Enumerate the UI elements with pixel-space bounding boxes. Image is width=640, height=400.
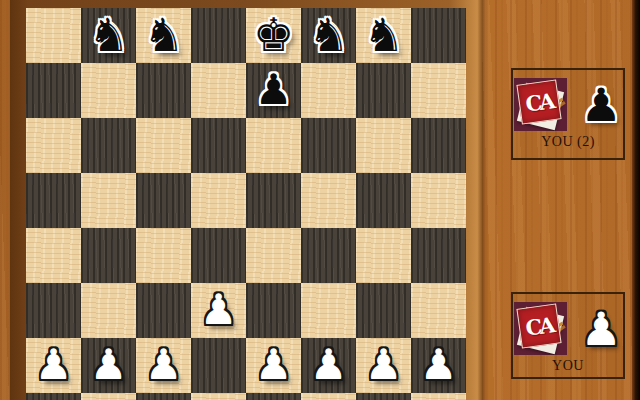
square-f7[interactable] <box>301 63 356 118</box>
square-e7[interactable]: ♟ <box>246 63 301 118</box>
square-c1[interactable] <box>136 393 191 400</box>
app-background: ♞♞♚♞♞♟♟♟♟♟♟♟♟♟ CA ♟ YOU (2) CA ♟ <box>0 0 640 400</box>
square-a8[interactable] <box>26 8 81 63</box>
player-card-opponent-row: CA ♟ <box>514 78 621 131</box>
piece-black-knight[interactable]: ♞ <box>363 12 404 58</box>
square-c5[interactable] <box>136 173 191 228</box>
square-b6[interactable] <box>81 118 136 173</box>
square-a6[interactable] <box>26 118 81 173</box>
piece-white-pawn[interactable]: ♟ <box>255 344 293 386</box>
square-f8[interactable]: ♞ <box>301 8 356 63</box>
square-e6[interactable] <box>246 118 301 173</box>
square-f6[interactable] <box>301 118 356 173</box>
opponent-label: YOU (2) <box>541 134 595 150</box>
square-h7[interactable] <box>411 63 466 118</box>
piece-black-knight[interactable]: ♞ <box>143 12 184 58</box>
square-g3[interactable] <box>356 283 411 338</box>
square-b7[interactable] <box>81 63 136 118</box>
square-a3[interactable] <box>26 283 81 338</box>
square-e4[interactable] <box>246 228 301 283</box>
square-h3[interactable] <box>411 283 466 338</box>
square-g8[interactable]: ♞ <box>356 8 411 63</box>
board-grid: ♞♞♚♞♞♟♟♟♟♟♟♟♟♟ <box>26 8 466 400</box>
square-b8[interactable]: ♞ <box>81 8 136 63</box>
square-d7[interactable] <box>191 63 246 118</box>
square-g7[interactable] <box>356 63 411 118</box>
square-f4[interactable] <box>301 228 356 283</box>
player-card-you: CA ♟ YOU <box>511 292 625 379</box>
square-a7[interactable] <box>26 63 81 118</box>
piece-black-king[interactable]: ♚ <box>253 12 294 58</box>
square-c2[interactable]: ♟ <box>136 338 191 393</box>
square-e1[interactable] <box>246 393 301 400</box>
square-f3[interactable] <box>301 283 356 338</box>
square-b2[interactable]: ♟ <box>81 338 136 393</box>
piece-white-pawn[interactable]: ♟ <box>310 344 348 386</box>
square-a1[interactable] <box>26 393 81 400</box>
square-a2[interactable]: ♟ <box>26 338 81 393</box>
square-f2[interactable]: ♟ <box>301 338 356 393</box>
square-h1[interactable] <box>411 393 466 400</box>
square-c4[interactable] <box>136 228 191 283</box>
you-avatar: CA <box>514 302 567 355</box>
square-d4[interactable] <box>191 228 246 283</box>
piece-white-pawn[interactable]: ♟ <box>200 289 238 331</box>
square-e8[interactable]: ♚ <box>246 8 301 63</box>
player-card-you-row: CA ♟ <box>514 302 621 355</box>
square-c3[interactable] <box>136 283 191 338</box>
square-h8[interactable] <box>411 8 466 63</box>
avatar-red-square: CA <box>517 303 562 348</box>
piece-white-pawn[interactable]: ♟ <box>90 344 128 386</box>
piece-black-knight[interactable]: ♞ <box>88 12 129 58</box>
square-g1[interactable] <box>356 393 411 400</box>
white-pawn-icon: ♟ <box>580 306 621 352</box>
square-c7[interactable] <box>136 63 191 118</box>
square-g2[interactable]: ♟ <box>356 338 411 393</box>
square-b1[interactable] <box>81 393 136 400</box>
avatar-logo-text: CA <box>524 312 554 341</box>
square-g4[interactable] <box>356 228 411 283</box>
piece-white-pawn[interactable]: ♟ <box>145 344 183 386</box>
square-a4[interactable] <box>26 228 81 283</box>
piece-white-pawn[interactable]: ♟ <box>35 344 73 386</box>
black-pawn-icon: ♟ <box>580 82 621 128</box>
piece-white-pawn[interactable]: ♟ <box>420 344 458 386</box>
square-a5[interactable] <box>26 173 81 228</box>
chess-board: ♞♞♚♞♞♟♟♟♟♟♟♟♟♟ <box>10 0 482 400</box>
square-d8[interactable] <box>191 8 246 63</box>
square-h6[interactable] <box>411 118 466 173</box>
player-card-opponent: CA ♟ YOU (2) <box>511 68 625 160</box>
piece-black-knight[interactable]: ♞ <box>308 12 349 58</box>
opponent-avatar: CA <box>514 78 567 131</box>
screen-right-edge-shadow <box>632 0 640 400</box>
square-e3[interactable] <box>246 283 301 338</box>
square-e5[interactable] <box>246 173 301 228</box>
square-c8[interactable]: ♞ <box>136 8 191 63</box>
square-d6[interactable] <box>191 118 246 173</box>
square-h5[interactable] <box>411 173 466 228</box>
piece-white-pawn[interactable]: ♟ <box>365 344 403 386</box>
square-h4[interactable] <box>411 228 466 283</box>
square-h2[interactable]: ♟ <box>411 338 466 393</box>
square-d1[interactable] <box>191 393 246 400</box>
square-b3[interactable] <box>81 283 136 338</box>
avatar-logo-text: CA <box>524 88 554 117</box>
square-g6[interactable] <box>356 118 411 173</box>
square-e2[interactable]: ♟ <box>246 338 301 393</box>
piece-black-pawn[interactable]: ♟ <box>255 69 293 111</box>
square-d2[interactable] <box>191 338 246 393</box>
square-g5[interactable] <box>356 173 411 228</box>
avatar-red-square: CA <box>517 79 562 124</box>
square-f1[interactable] <box>301 393 356 400</box>
square-d5[interactable] <box>191 173 246 228</box>
square-b4[interactable] <box>81 228 136 283</box>
square-b5[interactable] <box>81 173 136 228</box>
square-d3[interactable]: ♟ <box>191 283 246 338</box>
you-label: YOU <box>552 358 584 374</box>
square-c6[interactable] <box>136 118 191 173</box>
square-f5[interactable] <box>301 173 356 228</box>
